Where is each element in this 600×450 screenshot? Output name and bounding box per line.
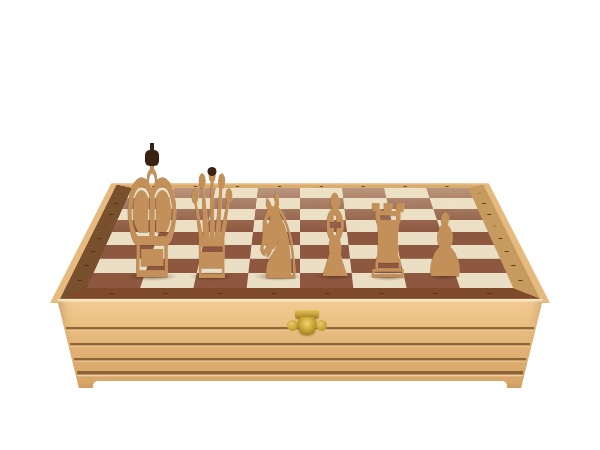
clasp-flourish bbox=[316, 320, 327, 331]
coordinate-dot bbox=[511, 265, 516, 266]
coordinate-dot bbox=[482, 203, 486, 204]
coordinate-dot bbox=[487, 214, 491, 215]
piece-white-bishop[interactable]: ♝ bbox=[311, 180, 358, 294]
coordinate-dot bbox=[518, 280, 523, 281]
coordinate-dot bbox=[477, 193, 481, 194]
clasp-body bbox=[298, 317, 316, 335]
piece-white-knight[interactable]: ♞ bbox=[251, 179, 306, 296]
piece-white-pawn[interactable]: ♟ bbox=[424, 203, 467, 290]
coordinate-dot bbox=[498, 238, 503, 239]
coordinate-dot bbox=[504, 251, 509, 252]
coordinate-dot bbox=[486, 293, 491, 294]
piece-white-rook[interactable]: ♜ bbox=[363, 192, 413, 293]
case-groove bbox=[70, 343, 530, 347]
coordinate-dot bbox=[444, 186, 448, 187]
piece-finial bbox=[208, 167, 217, 176]
piece-finial bbox=[145, 150, 159, 166]
clasp-flourish bbox=[287, 320, 298, 331]
chess-set-photo: ♚♛♞♝♜♟ bbox=[0, 0, 600, 450]
brass-clasp-icon bbox=[287, 310, 327, 341]
coordinate-dot bbox=[492, 226, 497, 227]
case-groove bbox=[74, 358, 526, 362]
case-groove bbox=[77, 371, 523, 377]
case-feet-notch bbox=[93, 381, 507, 388]
